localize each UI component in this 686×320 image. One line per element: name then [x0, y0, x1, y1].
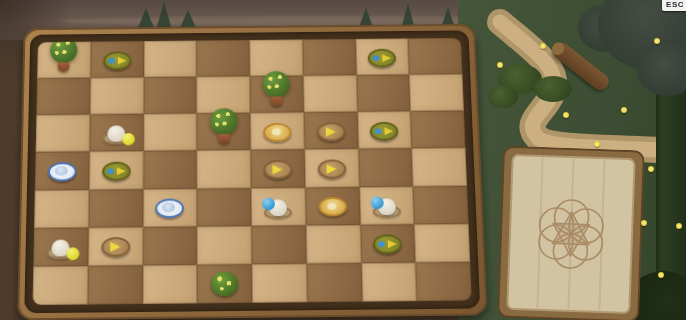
berry-bush-piece[interactable]: [211, 271, 238, 296]
board-cell[interactable]: [197, 150, 251, 188]
board-cell[interactable]: [359, 186, 414, 224]
bush-icon: [534, 76, 572, 102]
board-cell[interactable]: [408, 38, 462, 75]
potted-tree-piece[interactable]: [209, 109, 239, 144]
board-cell[interactable]: [304, 112, 358, 150]
board-cell[interactable]: [89, 151, 143, 189]
board-cell[interactable]: [306, 225, 361, 264]
board-cell[interactable]: [143, 151, 197, 189]
board-cell[interactable]: [356, 75, 410, 112]
board-cell[interactable]: [197, 188, 251, 227]
board-cell[interactable]: [251, 150, 305, 188]
board-cell[interactable]: [34, 189, 89, 228]
board-cell[interactable]: [412, 148, 467, 186]
wood-token-piece[interactable]: [316, 122, 345, 141]
spider-with-yellow-orb-piece[interactable]: [103, 132, 131, 145]
board-cell[interactable]: [197, 113, 251, 151]
olive-token-piece[interactable]: [103, 51, 131, 70]
wood-token-piece[interactable]: [101, 237, 130, 257]
board-cell[interactable]: [303, 75, 357, 112]
pine-tree-icon: [138, 8, 154, 28]
spider-with-yellow-orb-piece[interactable]: [47, 246, 75, 259]
game-board[interactable]: [17, 24, 487, 320]
olive-token-piece[interactable]: [373, 234, 402, 254]
wood-token-piece[interactable]: [263, 160, 292, 179]
board-cell[interactable]: [197, 40, 250, 77]
board-cell[interactable]: [304, 149, 359, 187]
board-cell[interactable]: [143, 226, 198, 265]
bush-icon: [488, 86, 518, 108]
board-cell[interactable]: [361, 262, 417, 301]
board-cell[interactable]: [36, 115, 90, 153]
game-screen: ESC: [0, 0, 686, 320]
board-cell[interactable]: [143, 188, 197, 227]
board-cell[interactable]: [197, 226, 252, 265]
board-cell[interactable]: [88, 189, 143, 228]
pine-tree-icon: [180, 10, 196, 28]
board-cell[interactable]: [355, 38, 409, 75]
board-cell[interactable]: [360, 224, 416, 263]
board-cell[interactable]: [35, 152, 90, 190]
wood-token-piece[interactable]: [317, 159, 346, 178]
board-cell[interactable]: [306, 263, 362, 302]
board-cell[interactable]: [250, 113, 304, 151]
gold-token-piece[interactable]: [263, 123, 292, 142]
olive-token-piece[interactable]: [370, 122, 399, 141]
board-cell[interactable]: [143, 40, 196, 77]
board-cell[interactable]: [143, 114, 197, 152]
board-cell[interactable]: [411, 111, 466, 149]
card-tray[interactable]: [497, 146, 645, 320]
spider-with-blue-orb-piece[interactable]: [264, 206, 292, 219]
board-cell[interactable]: [414, 223, 470, 262]
board-cell[interactable]: [251, 225, 306, 264]
blue-token-piece[interactable]: [156, 199, 185, 219]
board-cell[interactable]: [197, 264, 252, 303]
board-cell[interactable]: [143, 77, 196, 114]
board-cell[interactable]: [33, 227, 88, 266]
olive-token-piece[interactable]: [102, 162, 131, 181]
board-grid: [33, 38, 472, 305]
board-cell[interactable]: [89, 114, 143, 152]
spider-with-blue-orb-piece[interactable]: [373, 205, 401, 218]
blue-token-piece[interactable]: [48, 162, 77, 181]
pine-tree-icon: [156, 2, 172, 30]
board-cell[interactable]: [416, 262, 472, 301]
board-cell[interactable]: [36, 78, 90, 115]
potted-tree-piece[interactable]: [262, 71, 292, 106]
board-cell[interactable]: [409, 74, 464, 111]
gold-token-piece[interactable]: [318, 197, 347, 217]
board-cell[interactable]: [358, 149, 413, 187]
board-cell[interactable]: [142, 265, 197, 304]
board-cell[interactable]: [251, 187, 306, 225]
esc-key-badge: ESC: [662, 0, 686, 11]
potted-tree-piece[interactable]: [49, 38, 79, 72]
board-cell[interactable]: [37, 42, 91, 79]
board-cell[interactable]: [357, 111, 412, 149]
board-cell[interactable]: [33, 266, 88, 305]
board-cell[interactable]: [90, 41, 143, 78]
board-cell[interactable]: [252, 263, 307, 302]
board-cell[interactable]: [413, 186, 469, 224]
board-cell[interactable]: [88, 227, 143, 266]
board-cell[interactable]: [87, 265, 142, 304]
olive-token-piece[interactable]: [368, 48, 397, 67]
board-cell[interactable]: [250, 76, 304, 113]
board-cell[interactable]: [305, 187, 360, 225]
board-cell[interactable]: [90, 77, 144, 114]
board-cell[interactable]: [302, 39, 356, 76]
